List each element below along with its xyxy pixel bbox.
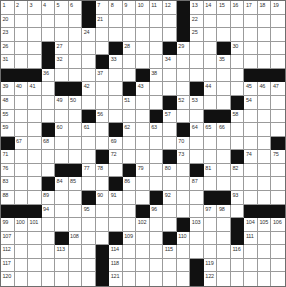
- grid-cell[interactable]: [42, 259, 56, 273]
- grid-cell[interactable]: [123, 55, 137, 69]
- grid-cell[interactable]: [258, 191, 272, 205]
- grid-cell[interactable]: 94: [42, 205, 56, 219]
- grid-cell[interactable]: [231, 205, 245, 219]
- grid-cell[interactable]: [150, 232, 164, 246]
- grid-cell[interactable]: 58: [231, 110, 245, 124]
- grid-cell[interactable]: [109, 218, 123, 232]
- grid-cell[interactable]: [190, 42, 204, 56]
- grid-cell[interactable]: [271, 55, 285, 69]
- grid-cell[interactable]: [150, 137, 164, 151]
- grid-cell[interactable]: 38: [150, 69, 164, 83]
- grid-cell[interactable]: [150, 15, 164, 29]
- grid-cell[interactable]: [244, 110, 258, 124]
- grid-cell[interactable]: [96, 205, 110, 219]
- grid-cell[interactable]: 23: [1, 28, 15, 42]
- grid-cell[interactable]: 83: [1, 177, 15, 191]
- grid-cell[interactable]: [150, 245, 164, 259]
- grid-cell[interactable]: [96, 96, 110, 110]
- grid-cell[interactable]: [258, 137, 272, 151]
- grid-cell[interactable]: [69, 15, 83, 29]
- grid-cell[interactable]: [136, 15, 150, 29]
- grid-cell[interactable]: 100: [15, 218, 29, 232]
- grid-cell[interactable]: [82, 272, 96, 286]
- grid-cell[interactable]: [123, 150, 137, 164]
- grid-cell[interactable]: 116: [231, 245, 245, 259]
- grid-cell[interactable]: [69, 191, 83, 205]
- grid-cell[interactable]: [69, 245, 83, 259]
- grid-cell[interactable]: [150, 82, 164, 96]
- grid-cell[interactable]: 18: [258, 1, 272, 15]
- grid-cell[interactable]: [136, 245, 150, 259]
- grid-cell[interactable]: 107: [1, 232, 15, 246]
- grid-cell[interactable]: [271, 259, 285, 273]
- grid-cell[interactable]: [82, 245, 96, 259]
- grid-cell[interactable]: [258, 55, 272, 69]
- grid-cell[interactable]: [109, 82, 123, 96]
- grid-cell[interactable]: [136, 110, 150, 124]
- grid-cell[interactable]: 98: [217, 205, 231, 219]
- grid-cell[interactable]: [69, 55, 83, 69]
- grid-cell[interactable]: [42, 96, 56, 110]
- grid-cell[interactable]: [190, 191, 204, 205]
- grid-cell[interactable]: [204, 137, 218, 151]
- grid-cell[interactable]: [15, 191, 29, 205]
- grid-cell[interactable]: [82, 177, 96, 191]
- grid-cell[interactable]: [217, 137, 231, 151]
- grid-cell[interactable]: [136, 150, 150, 164]
- grid-cell[interactable]: 88: [1, 191, 15, 205]
- grid-cell[interactable]: [28, 28, 42, 42]
- grid-cell[interactable]: 39: [1, 82, 15, 96]
- grid-cell[interactable]: [190, 110, 204, 124]
- grid-cell[interactable]: [258, 123, 272, 137]
- grid-cell[interactable]: 59: [1, 123, 15, 137]
- grid-cell[interactable]: 1: [1, 1, 15, 15]
- grid-cell[interactable]: 67: [15, 137, 29, 151]
- grid-cell[interactable]: 45: [244, 82, 258, 96]
- grid-cell[interactable]: 50: [69, 96, 83, 110]
- grid-cell[interactable]: [42, 82, 56, 96]
- grid-cell[interactable]: [123, 69, 137, 83]
- grid-cell[interactable]: 20: [1, 15, 15, 29]
- grid-cell[interactable]: [258, 164, 272, 178]
- grid-cell[interactable]: [136, 42, 150, 56]
- grid-cell[interactable]: 90: [96, 191, 110, 205]
- grid-cell[interactable]: 92: [163, 191, 177, 205]
- grid-cell[interactable]: [217, 272, 231, 286]
- grid-cell[interactable]: [42, 150, 56, 164]
- grid-cell[interactable]: 119: [204, 259, 218, 273]
- grid-cell[interactable]: [28, 42, 42, 56]
- grid-cell[interactable]: 47: [271, 82, 285, 96]
- grid-cell[interactable]: [258, 272, 272, 286]
- grid-cell[interactable]: [271, 232, 285, 246]
- grid-cell[interactable]: 72: [109, 150, 123, 164]
- grid-cell[interactable]: [204, 232, 218, 246]
- grid-cell[interactable]: [28, 15, 42, 29]
- grid-cell[interactable]: [15, 15, 29, 29]
- grid-cell[interactable]: [231, 55, 245, 69]
- grid-cell[interactable]: [96, 123, 110, 137]
- grid-cell[interactable]: [28, 96, 42, 110]
- grid-cell[interactable]: 111: [244, 232, 258, 246]
- grid-cell[interactable]: [109, 164, 123, 178]
- grid-cell[interactable]: [177, 82, 191, 96]
- grid-cell[interactable]: 105: [258, 218, 272, 232]
- grid-cell[interactable]: [204, 42, 218, 56]
- grid-cell[interactable]: 52: [177, 96, 191, 110]
- grid-cell[interactable]: [271, 123, 285, 137]
- grid-cell[interactable]: [271, 164, 285, 178]
- grid-cell[interactable]: 93: [231, 191, 245, 205]
- grid-cell[interactable]: 37: [96, 69, 110, 83]
- grid-cell[interactable]: 28: [123, 42, 137, 56]
- grid-cell[interactable]: [271, 28, 285, 42]
- grid-cell[interactable]: [69, 205, 83, 219]
- grid-cell[interactable]: 63: [150, 123, 164, 137]
- grid-cell[interactable]: [55, 218, 69, 232]
- grid-cell[interactable]: [177, 205, 191, 219]
- grid-cell[interactable]: 120: [1, 272, 15, 286]
- grid-cell[interactable]: [258, 110, 272, 124]
- grid-cell[interactable]: 110: [177, 232, 191, 246]
- grid-cell[interactable]: [231, 123, 245, 137]
- grid-cell[interactable]: [96, 42, 110, 56]
- grid-cell[interactable]: [28, 177, 42, 191]
- grid-cell[interactable]: 31: [1, 55, 15, 69]
- grid-cell[interactable]: 99: [1, 218, 15, 232]
- grid-cell[interactable]: [177, 164, 191, 178]
- grid-cell[interactable]: 19: [271, 1, 285, 15]
- grid-cell[interactable]: [244, 123, 258, 137]
- grid-cell[interactable]: [109, 110, 123, 124]
- grid-cell[interactable]: [123, 245, 137, 259]
- grid-cell[interactable]: 9: [123, 1, 137, 15]
- grid-cell[interactable]: [123, 259, 137, 273]
- grid-cell[interactable]: [15, 55, 29, 69]
- grid-cell[interactable]: 96: [150, 205, 164, 219]
- grid-cell[interactable]: [69, 272, 83, 286]
- grid-cell[interactable]: [15, 272, 29, 286]
- grid-cell[interactable]: [15, 150, 29, 164]
- grid-cell[interactable]: [244, 245, 258, 259]
- grid-cell[interactable]: 6: [69, 1, 83, 15]
- grid-cell[interactable]: 68: [42, 137, 56, 151]
- grid-cell[interactable]: [15, 28, 29, 42]
- grid-cell[interactable]: 10: [136, 1, 150, 15]
- grid-cell[interactable]: [204, 96, 218, 110]
- grid-cell[interactable]: [28, 110, 42, 124]
- grid-cell[interactable]: 89: [42, 191, 56, 205]
- grid-cell[interactable]: [15, 164, 29, 178]
- grid-cell[interactable]: [217, 177, 231, 191]
- grid-cell[interactable]: [244, 191, 258, 205]
- grid-cell[interactable]: [271, 245, 285, 259]
- grid-cell[interactable]: [55, 150, 69, 164]
- grid-cell[interactable]: [136, 232, 150, 246]
- grid-cell[interactable]: [217, 150, 231, 164]
- grid-cell[interactable]: [82, 42, 96, 56]
- grid-cell[interactable]: [217, 218, 231, 232]
- grid-cell[interactable]: [271, 15, 285, 29]
- grid-cell[interactable]: [15, 177, 29, 191]
- grid-cell[interactable]: [190, 137, 204, 151]
- grid-cell[interactable]: [136, 177, 150, 191]
- grid-cell[interactable]: [55, 259, 69, 273]
- grid-cell[interactable]: [69, 110, 83, 124]
- grid-cell[interactable]: [217, 96, 231, 110]
- grid-cell[interactable]: 27: [55, 42, 69, 56]
- grid-cell[interactable]: 8: [109, 1, 123, 15]
- grid-cell[interactable]: [28, 55, 42, 69]
- grid-cell[interactable]: [231, 15, 245, 29]
- grid-cell[interactable]: [244, 272, 258, 286]
- grid-cell[interactable]: [109, 28, 123, 42]
- grid-cell[interactable]: 62: [123, 123, 137, 137]
- grid-cell[interactable]: [42, 164, 56, 178]
- grid-cell[interactable]: [42, 218, 56, 232]
- grid-cell[interactable]: 34: [163, 55, 177, 69]
- grid-cell[interactable]: [217, 245, 231, 259]
- grid-cell[interactable]: [190, 245, 204, 259]
- grid-cell[interactable]: [15, 110, 29, 124]
- grid-cell[interactable]: [217, 232, 231, 246]
- grid-cell[interactable]: [42, 272, 56, 286]
- grid-cell[interactable]: [15, 259, 29, 273]
- grid-cell[interactable]: 53: [190, 96, 204, 110]
- grid-cell[interactable]: 36: [42, 69, 56, 83]
- grid-cell[interactable]: [177, 259, 191, 273]
- grid-cell[interactable]: [123, 28, 137, 42]
- grid-cell[interactable]: [244, 28, 258, 42]
- grid-cell[interactable]: [204, 218, 218, 232]
- grid-cell[interactable]: [217, 15, 231, 29]
- grid-cell[interactable]: [42, 28, 56, 42]
- grid-cell[interactable]: [163, 137, 177, 151]
- grid-cell[interactable]: 61: [82, 123, 96, 137]
- grid-cell[interactable]: 75: [271, 150, 285, 164]
- grid-cell[interactable]: [177, 272, 191, 286]
- grid-cell[interactable]: 21: [96, 15, 110, 29]
- grid-cell[interactable]: [96, 137, 110, 151]
- grid-cell[interactable]: 74: [244, 150, 258, 164]
- grid-cell[interactable]: 44: [204, 82, 218, 96]
- grid-cell[interactable]: 55: [1, 110, 15, 124]
- grid-cell[interactable]: [150, 55, 164, 69]
- grid-cell[interactable]: 12: [163, 1, 177, 15]
- grid-cell[interactable]: [96, 82, 110, 96]
- grid-cell[interactable]: [82, 232, 96, 246]
- grid-cell[interactable]: 4: [42, 1, 56, 15]
- grid-cell[interactable]: [69, 123, 83, 137]
- grid-cell[interactable]: 77: [82, 164, 96, 178]
- grid-cell[interactable]: 78: [96, 164, 110, 178]
- grid-cell[interactable]: 86: [123, 177, 137, 191]
- grid-cell[interactable]: 114: [109, 245, 123, 259]
- grid-cell[interactable]: 41: [28, 82, 42, 96]
- grid-cell[interactable]: [28, 245, 42, 259]
- grid-cell[interactable]: [190, 232, 204, 246]
- grid-cell[interactable]: [82, 218, 96, 232]
- grid-cell[interactable]: [258, 232, 272, 246]
- grid-cell[interactable]: [109, 205, 123, 219]
- grid-cell[interactable]: [136, 259, 150, 273]
- grid-cell[interactable]: [271, 42, 285, 56]
- grid-cell[interactable]: [15, 232, 29, 246]
- grid-cell[interactable]: 85: [69, 177, 83, 191]
- grid-cell[interactable]: 49: [55, 96, 69, 110]
- grid-cell[interactable]: 121: [109, 272, 123, 286]
- grid-cell[interactable]: [258, 28, 272, 42]
- grid-cell[interactable]: [109, 69, 123, 83]
- grid-cell[interactable]: [42, 15, 56, 29]
- grid-cell[interactable]: 95: [82, 205, 96, 219]
- grid-cell[interactable]: [244, 177, 258, 191]
- grid-cell[interactable]: [28, 232, 42, 246]
- grid-cell[interactable]: [204, 28, 218, 42]
- grid-cell[interactable]: 51: [123, 96, 137, 110]
- grid-cell[interactable]: 24: [82, 28, 96, 42]
- grid-cell[interactable]: [42, 232, 56, 246]
- grid-cell[interactable]: [82, 259, 96, 273]
- grid-cell[interactable]: 87: [190, 177, 204, 191]
- grid-cell[interactable]: [123, 218, 137, 232]
- grid-cell[interactable]: 32: [55, 55, 69, 69]
- grid-cell[interactable]: [82, 96, 96, 110]
- grid-cell[interactable]: [244, 55, 258, 69]
- grid-cell[interactable]: 60: [55, 123, 69, 137]
- grid-cell[interactable]: [150, 177, 164, 191]
- grid-cell[interactable]: 13: [190, 1, 204, 15]
- grid-cell[interactable]: 84: [55, 177, 69, 191]
- grid-cell[interactable]: [177, 110, 191, 124]
- grid-cell[interactable]: 56: [96, 110, 110, 124]
- grid-cell[interactable]: [55, 191, 69, 205]
- grid-cell[interactable]: 108: [69, 232, 83, 246]
- grid-cell[interactable]: [136, 96, 150, 110]
- grid-cell[interactable]: 103: [190, 218, 204, 232]
- grid-cell[interactable]: [190, 150, 204, 164]
- grid-cell[interactable]: 101: [28, 218, 42, 232]
- grid-cell[interactable]: 57: [163, 110, 177, 124]
- grid-cell[interactable]: [123, 191, 137, 205]
- grid-cell[interactable]: [244, 42, 258, 56]
- grid-cell[interactable]: 104: [244, 218, 258, 232]
- grid-cell[interactable]: 46: [258, 82, 272, 96]
- grid-cell[interactable]: 80: [163, 164, 177, 178]
- grid-cell[interactable]: [55, 28, 69, 42]
- grid-cell[interactable]: [177, 245, 191, 259]
- grid-cell[interactable]: [82, 150, 96, 164]
- grid-cell[interactable]: [123, 272, 137, 286]
- grid-cell[interactable]: [231, 177, 245, 191]
- grid-cell[interactable]: [150, 259, 164, 273]
- grid-cell[interactable]: 76: [1, 164, 15, 178]
- grid-cell[interactable]: [204, 150, 218, 164]
- grid-cell[interactable]: [136, 55, 150, 69]
- grid-cell[interactable]: [96, 177, 110, 191]
- grid-cell[interactable]: [150, 42, 164, 56]
- grid-cell[interactable]: [136, 28, 150, 42]
- grid-cell[interactable]: 48: [1, 96, 15, 110]
- grid-cell[interactable]: [163, 205, 177, 219]
- grid-cell[interactable]: [28, 259, 42, 273]
- grid-cell[interactable]: [271, 96, 285, 110]
- grid-cell[interactable]: [136, 123, 150, 137]
- grid-cell[interactable]: 2: [15, 1, 29, 15]
- grid-cell[interactable]: [96, 218, 110, 232]
- grid-cell[interactable]: [69, 42, 83, 56]
- grid-cell[interactable]: [96, 232, 110, 246]
- grid-cell[interactable]: [258, 96, 272, 110]
- grid-cell[interactable]: 69: [109, 137, 123, 151]
- grid-cell[interactable]: [190, 205, 204, 219]
- grid-cell[interactable]: [69, 150, 83, 164]
- grid-cell[interactable]: [271, 177, 285, 191]
- grid-cell[interactable]: 122: [204, 272, 218, 286]
- grid-cell[interactable]: 64: [190, 123, 204, 137]
- grid-cell[interactable]: [82, 55, 96, 69]
- grid-cell[interactable]: [163, 15, 177, 29]
- grid-cell[interactable]: 81: [204, 164, 218, 178]
- grid-cell[interactable]: [96, 28, 110, 42]
- grid-cell[interactable]: [28, 191, 42, 205]
- grid-cell[interactable]: [82, 69, 96, 83]
- grid-cell[interactable]: [244, 137, 258, 151]
- grid-cell[interactable]: [42, 245, 56, 259]
- grid-cell[interactable]: [258, 259, 272, 273]
- grid-cell[interactable]: 22: [190, 15, 204, 29]
- grid-cell[interactable]: [150, 272, 164, 286]
- grid-cell[interactable]: [69, 69, 83, 83]
- grid-cell[interactable]: 3: [28, 1, 42, 15]
- grid-cell[interactable]: 117: [1, 259, 15, 273]
- grid-cell[interactable]: [163, 69, 177, 83]
- grid-cell[interactable]: 25: [190, 28, 204, 42]
- grid-cell[interactable]: 97: [204, 205, 218, 219]
- grid-cell[interactable]: [217, 28, 231, 42]
- grid-cell[interactable]: 118: [109, 259, 123, 273]
- grid-cell[interactable]: 30: [231, 42, 245, 56]
- grid-cell[interactable]: [190, 55, 204, 69]
- grid-cell[interactable]: [231, 69, 245, 83]
- grid-cell[interactable]: 115: [163, 245, 177, 259]
- grid-cell[interactable]: [271, 110, 285, 124]
- grid-cell[interactable]: [82, 137, 96, 151]
- grid-cell[interactable]: [163, 82, 177, 96]
- grid-cell[interactable]: 26: [1, 42, 15, 56]
- grid-cell[interactable]: [69, 137, 83, 151]
- grid-cell[interactable]: [163, 123, 177, 137]
- grid-cell[interactable]: 7: [96, 1, 110, 15]
- grid-cell[interactable]: [28, 137, 42, 151]
- grid-cell[interactable]: [42, 110, 56, 124]
- grid-cell[interactable]: 15: [217, 1, 231, 15]
- grid-cell[interactable]: [69, 218, 83, 232]
- grid-cell[interactable]: 106: [271, 218, 285, 232]
- grid-cell[interactable]: [177, 55, 191, 69]
- grid-cell[interactable]: [231, 259, 245, 273]
- grid-cell[interactable]: [123, 110, 137, 124]
- grid-cell[interactable]: 113: [55, 245, 69, 259]
- grid-cell[interactable]: [244, 15, 258, 29]
- grid-cell[interactable]: [150, 96, 164, 110]
- grid-cell[interactable]: 40: [15, 82, 29, 96]
- grid-cell[interactable]: [217, 69, 231, 83]
- grid-cell[interactable]: 71: [1, 150, 15, 164]
- grid-cell[interactable]: [69, 28, 83, 42]
- grid-cell[interactable]: [55, 272, 69, 286]
